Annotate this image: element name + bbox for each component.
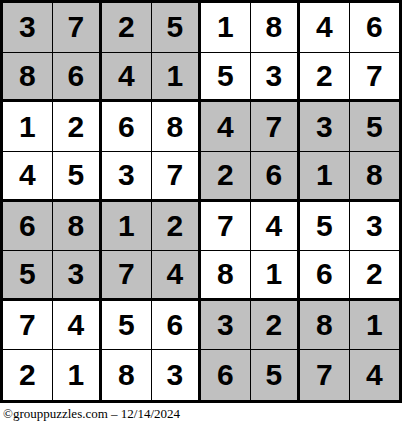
cell-r3c2[interactable]: 2	[53, 102, 103, 152]
cell-r1c1[interactable]: 3	[3, 3, 53, 53]
cell-r5c7[interactable]: 5	[300, 202, 350, 252]
cell-r7c6[interactable]: 2	[251, 301, 301, 351]
cell-r6c6[interactable]: 1	[251, 251, 301, 301]
cell-r8c4[interactable]: 3	[152, 350, 202, 400]
cell-r8c3[interactable]: 8	[102, 350, 152, 400]
cell-r8c6[interactable]: 5	[251, 350, 301, 400]
cell-r1c6[interactable]: 8	[251, 3, 301, 53]
cell-r1c8[interactable]: 6	[350, 3, 400, 53]
cell-r2c1[interactable]: 8	[3, 53, 53, 103]
cell-r7c2[interactable]: 4	[53, 301, 103, 351]
cell-r2c2[interactable]: 6	[53, 53, 103, 103]
cell-r4c8[interactable]: 8	[350, 152, 400, 202]
cell-r6c4[interactable]: 4	[152, 251, 202, 301]
cell-r4c3[interactable]: 3	[102, 152, 152, 202]
cell-r3c6[interactable]: 7	[251, 102, 301, 152]
cell-r8c2[interactable]: 1	[53, 350, 103, 400]
cell-r4c7[interactable]: 1	[300, 152, 350, 202]
cell-r8c1[interactable]: 2	[3, 350, 53, 400]
cell-r7c3[interactable]: 5	[102, 301, 152, 351]
cell-r4c5[interactable]: 2	[201, 152, 251, 202]
cell-r7c1[interactable]: 7	[3, 301, 53, 351]
cell-r2c7[interactable]: 2	[300, 53, 350, 103]
cell-r7c4[interactable]: 6	[152, 301, 202, 351]
cell-r5c5[interactable]: 7	[201, 202, 251, 252]
cell-r4c1[interactable]: 4	[3, 152, 53, 202]
cell-r8c5[interactable]: 6	[201, 350, 251, 400]
cell-r7c7[interactable]: 8	[300, 301, 350, 351]
cell-r6c2[interactable]: 3	[53, 251, 103, 301]
cell-r3c8[interactable]: 5	[350, 102, 400, 152]
cell-r1c4[interactable]: 5	[152, 3, 202, 53]
cell-r1c5[interactable]: 1	[201, 3, 251, 53]
cell-r7c5[interactable]: 3	[201, 301, 251, 351]
cell-r5c4[interactable]: 2	[152, 202, 202, 252]
cell-r2c8[interactable]: 7	[350, 53, 400, 103]
cell-r2c4[interactable]: 1	[152, 53, 202, 103]
cell-r4c6[interactable]: 6	[251, 152, 301, 202]
cell-r6c8[interactable]: 2	[350, 251, 400, 301]
cell-r2c6[interactable]: 3	[251, 53, 301, 103]
cell-r5c6[interactable]: 4	[251, 202, 301, 252]
sudoku-board: 3725184686415327126847354537261868127453…	[0, 0, 402, 403]
cell-r8c7[interactable]: 7	[300, 350, 350, 400]
cell-r2c3[interactable]: 4	[102, 53, 152, 103]
cell-r5c2[interactable]: 8	[53, 202, 103, 252]
cell-r6c1[interactable]: 5	[3, 251, 53, 301]
cell-r1c7[interactable]: 4	[300, 3, 350, 53]
cell-r5c3[interactable]: 1	[102, 202, 152, 252]
cell-r5c1[interactable]: 6	[3, 202, 53, 252]
cell-r6c5[interactable]: 8	[201, 251, 251, 301]
cell-r3c7[interactable]: 3	[300, 102, 350, 152]
cell-r8c8[interactable]: 4	[350, 350, 400, 400]
cell-r1c3[interactable]: 2	[102, 3, 152, 53]
copyright-credit: ©grouppuzzles.com – 12/14/2024	[3, 406, 180, 422]
cell-r4c2[interactable]: 5	[53, 152, 103, 202]
cell-r6c3[interactable]: 7	[102, 251, 152, 301]
cell-r3c1[interactable]: 1	[3, 102, 53, 152]
cell-r3c3[interactable]: 6	[102, 102, 152, 152]
cell-r5c8[interactable]: 3	[350, 202, 400, 252]
cell-r7c8[interactable]: 1	[350, 301, 400, 351]
cell-r3c5[interactable]: 4	[201, 102, 251, 152]
cell-r3c4[interactable]: 8	[152, 102, 202, 152]
cell-r2c5[interactable]: 5	[201, 53, 251, 103]
cell-r4c4[interactable]: 7	[152, 152, 202, 202]
cell-r1c2[interactable]: 7	[53, 3, 103, 53]
cell-r6c7[interactable]: 6	[300, 251, 350, 301]
